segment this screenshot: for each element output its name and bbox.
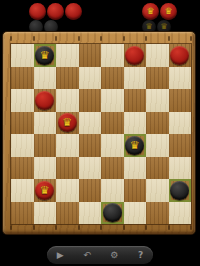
square-r5c2[interactable] (34, 134, 57, 157)
red-king-piece[interactable]: ♛ (35, 181, 54, 200)
frame-tick (123, 36, 125, 41)
tray-red-men-row (29, 3, 82, 20)
square-r6c8[interactable] (169, 157, 192, 180)
square-r4c3[interactable]: ♛ (56, 112, 79, 135)
crown-icon: ♛ (40, 185, 50, 196)
red-man-piece[interactable] (170, 46, 189, 65)
tray-red-man (65, 3, 82, 20)
square-r4c7[interactable] (146, 112, 169, 135)
gear-icon[interactable]: ⚙ (110, 251, 118, 260)
square-r3c8[interactable] (169, 89, 192, 112)
crown-icon: ♛ (164, 7, 172, 16)
crown-icon: ♛ (146, 7, 154, 16)
square-r5c3[interactable] (56, 134, 79, 157)
frame-tick (145, 225, 147, 230)
red-king-piece[interactable]: ♛ (58, 113, 77, 132)
crown-icon: ♛ (160, 23, 167, 31)
square-r2c7[interactable] (146, 67, 169, 90)
square-r6c5[interactable] (101, 157, 124, 180)
square-r7c3[interactable] (56, 179, 79, 202)
square-r4c5[interactable] (101, 112, 124, 135)
frame-tick (10, 36, 12, 41)
crown-icon: ♛ (62, 117, 72, 128)
square-r4c6[interactable] (124, 112, 147, 135)
square-r7c6[interactable] (124, 179, 147, 202)
frame-tick (33, 36, 35, 41)
square-r4c8[interactable] (169, 112, 192, 135)
square-r8c6[interactable] (124, 202, 147, 225)
square-r6c7[interactable] (146, 157, 169, 180)
square-r7c5[interactable] (101, 179, 124, 202)
square-r3c3[interactable] (56, 89, 79, 112)
undo-icon[interactable]: ↶ (83, 251, 91, 260)
square-r8c8[interactable] (169, 202, 192, 225)
square-r7c2[interactable]: ♛ (34, 179, 57, 202)
square-r8c5[interactable] (101, 202, 124, 225)
square-r1c8[interactable] (169, 44, 192, 67)
frame-tick (78, 36, 80, 41)
square-r3c4[interactable] (79, 89, 102, 112)
frame-tick (168, 225, 170, 230)
black-man-piece[interactable] (170, 181, 189, 200)
square-r5c4[interactable] (79, 134, 102, 157)
square-r8c1[interactable] (11, 202, 34, 225)
square-r6c1[interactable] (11, 157, 34, 180)
square-r2c1[interactable] (11, 67, 34, 90)
square-r7c8[interactable] (169, 179, 192, 202)
frame-tick (100, 225, 102, 230)
square-r3c7[interactable] (146, 89, 169, 112)
tray-red-king: ♛ (160, 3, 177, 20)
frame-tick (78, 225, 80, 230)
square-r7c7[interactable] (146, 179, 169, 202)
play-icon[interactable]: ▶ (57, 251, 64, 260)
square-r8c2[interactable] (34, 202, 57, 225)
square-r3c6[interactable] (124, 89, 147, 112)
frame-tick (10, 225, 12, 230)
square-r1c5[interactable] (101, 44, 124, 67)
square-r1c7[interactable] (146, 44, 169, 67)
square-r3c2[interactable] (34, 89, 57, 112)
square-r2c3[interactable] (56, 67, 79, 90)
square-r3c5[interactable] (101, 89, 124, 112)
tray-kings: ♛♛ ♛♛ (142, 3, 177, 33)
crown-icon: ♛ (40, 50, 50, 61)
frame-tick (55, 225, 57, 230)
tray-red-man (29, 3, 46, 20)
square-r4c4[interactable] (79, 112, 102, 135)
black-king-piece[interactable]: ♛ (125, 136, 144, 155)
tray-red-king: ♛ (142, 3, 159, 20)
square-r2c6[interactable] (124, 67, 147, 90)
square-r5c1[interactable] (11, 134, 34, 157)
help-icon[interactable]: ? (138, 251, 143, 260)
square-r5c7[interactable] (146, 134, 169, 157)
square-r1c4[interactable] (79, 44, 102, 67)
crown-icon: ♛ (130, 140, 140, 151)
red-man-piece[interactable] (125, 46, 144, 65)
frame-tick (145, 36, 147, 41)
frame-tick (190, 225, 192, 230)
frame-tick (33, 225, 35, 230)
square-r5c6[interactable]: ♛ (124, 134, 147, 157)
square-r6c4[interactable] (79, 157, 102, 180)
bottom-toolbar: ▶ ↶ ⚙ ? (47, 246, 153, 264)
square-r4c2[interactable] (34, 112, 57, 135)
square-r2c8[interactable] (169, 67, 192, 90)
square-r2c5[interactable] (101, 67, 124, 90)
frame-tick (168, 36, 170, 41)
square-r4c1[interactable] (11, 112, 34, 135)
square-r7c4[interactable] (79, 179, 102, 202)
square-r6c2[interactable] (34, 157, 57, 180)
checkers-board: ♛♛♛♛ (11, 44, 191, 224)
square-r8c7[interactable] (146, 202, 169, 225)
square-r1c6[interactable] (124, 44, 147, 67)
square-r6c3[interactable] (56, 157, 79, 180)
crown-icon: ♛ (145, 23, 152, 31)
frame-tick (123, 225, 125, 230)
tray-red-kings-row: ♛♛ (142, 3, 177, 20)
square-r3c1[interactable] (11, 89, 34, 112)
square-r2c2[interactable] (34, 67, 57, 90)
tray-red-man (47, 3, 64, 20)
square-r1c2[interactable]: ♛ (34, 44, 57, 67)
square-r5c5[interactable] (101, 134, 124, 157)
square-r5c8[interactable] (169, 134, 192, 157)
square-r7c1[interactable] (11, 179, 34, 202)
square-r8c4[interactable] (79, 202, 102, 225)
square-r8c3[interactable] (56, 202, 79, 225)
red-man-piece[interactable] (35, 91, 54, 110)
square-r2c4[interactable] (79, 67, 102, 90)
black-man-piece[interactable] (103, 203, 122, 222)
checkers-board-frame: ♛♛♛♛ (2, 31, 196, 235)
frame-tick (190, 36, 192, 41)
square-r1c3[interactable] (56, 44, 79, 67)
frame-tick (55, 36, 57, 41)
black-king-piece[interactable]: ♛ (35, 46, 54, 65)
tray-men (29, 3, 82, 33)
frame-tick (100, 36, 102, 41)
square-r1c1[interactable] (11, 44, 34, 67)
square-r6c6[interactable] (124, 157, 147, 180)
